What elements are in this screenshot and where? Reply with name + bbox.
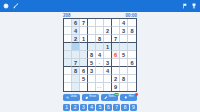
brush-icon[interactable] <box>13 3 19 9</box>
numpad-key-9[interactable]: 9 <box>130 104 137 112</box>
cell-r2c7[interactable] <box>112 27 120 35</box>
cell-r4c7[interactable] <box>112 43 120 51</box>
sudoku-board: 67442382187184657523686345285 69 <box>63 18 137 92</box>
cell-r8c6[interactable] <box>104 75 112 83</box>
cell-r3c4[interactable] <box>88 35 96 43</box>
cell-r7c8[interactable] <box>120 67 128 75</box>
cell-r7c5[interactable] <box>96 67 104 75</box>
numpad-key-4[interactable]: 4 <box>88 104 95 112</box>
cell-r4c8[interactable] <box>120 43 128 51</box>
cell-r4c4[interactable] <box>88 43 96 51</box>
cell-r4c3[interactable] <box>80 43 88 51</box>
cell-r8c5[interactable] <box>96 75 104 83</box>
notes-label: Notes <box>109 96 116 99</box>
cell-r9c7[interactable]: 9 <box>112 83 120 91</box>
cell-r6c6[interactable]: 3 <box>104 59 112 67</box>
hint-label: Hint <box>129 96 134 99</box>
cell-r6c2[interactable]: 7 <box>72 59 80 67</box>
top-bar <box>0 0 200 12</box>
notes-button[interactable]: Notes ON <box>101 94 118 101</box>
cell-r9c9[interactable] <box>128 83 136 91</box>
undo-icon <box>66 96 70 100</box>
cell-r2c4[interactable] <box>88 27 96 35</box>
status-row: 208 00:00 <box>63 13 137 18</box>
bulb-icon <box>124 96 128 100</box>
cell-r9c6[interactable] <box>104 83 112 91</box>
cell-r2c3[interactable] <box>80 27 88 35</box>
cell-r6c4[interactable]: 5 <box>88 59 96 67</box>
cell-r7c6[interactable]: 4 <box>104 67 112 75</box>
cell-r3c3[interactable]: 1 <box>80 35 88 43</box>
cell-r8c9[interactable] <box>128 75 136 83</box>
numpad-key-7[interactable]: 7 <box>113 104 120 112</box>
hint-count-badge <box>135 93 138 96</box>
cell-r5c5[interactable]: 4 <box>96 51 104 59</box>
cell-r7c7[interactable] <box>112 67 120 75</box>
topbar-right-icons <box>182 3 198 9</box>
numpad-key-6[interactable]: 6 <box>105 104 112 112</box>
cell-r3c7[interactable]: 7 <box>112 35 120 43</box>
cell-r2c6[interactable]: 2 <box>104 27 112 35</box>
cell-r2c2[interactable]: 4 <box>72 27 80 35</box>
cell-r8c8[interactable]: 8 <box>120 75 128 83</box>
cell-r1c4[interactable] <box>88 19 96 27</box>
flag-icon[interactable] <box>182 3 188 9</box>
cell-r4c1[interactable] <box>64 43 72 51</box>
cell-r7c4[interactable]: 3 <box>88 67 96 75</box>
cell-r3c2[interactable]: 2 <box>72 35 80 43</box>
cell-r9c2[interactable] <box>72 83 80 91</box>
cell-r5c1[interactable] <box>64 51 72 59</box>
numpad-key-3[interactable]: 3 <box>80 104 87 112</box>
cell-r5c6[interactable] <box>104 51 112 59</box>
erase-button[interactable]: Erase <box>82 94 99 101</box>
cell-r8c2[interactable] <box>72 75 80 83</box>
score-label: 208 <box>63 13 71 18</box>
numpad-key-8[interactable]: 8 <box>121 104 128 112</box>
cell-r1c1[interactable] <box>64 19 72 27</box>
cell-r7c3[interactable]: 6 <box>80 67 88 75</box>
cell-r4c9[interactable] <box>128 43 136 51</box>
cell-r1c8[interactable]: 4 <box>120 19 128 27</box>
cell-r6c1[interactable] <box>64 59 72 67</box>
eraser-icon <box>85 96 89 100</box>
cell-r4c5[interactable] <box>96 43 104 51</box>
cell-r5c8[interactable]: 5 <box>120 51 128 59</box>
cell-r1c5[interactable] <box>96 19 104 27</box>
undo-button[interactable]: Undo <box>63 94 80 101</box>
cell-r6c7[interactable] <box>112 59 120 67</box>
cell-r8c3[interactable]: 5 <box>80 75 88 83</box>
cell-r5c4[interactable]: 8 <box>88 51 96 59</box>
cell-r2c1[interactable] <box>64 27 72 35</box>
cell-r2c9[interactable]: 8 <box>128 27 136 35</box>
timer-label: 00:00 <box>125 13 137 18</box>
cell-r5c3[interactable] <box>80 51 88 59</box>
cell-r4c6[interactable]: 1 <box>104 43 112 51</box>
numpad-key-5[interactable]: 5 <box>96 104 103 112</box>
cell-r4c2[interactable] <box>72 43 80 51</box>
numpad-key-2[interactable]: 2 <box>71 104 78 112</box>
pencil-notes: 5 6 <box>96 83 103 91</box>
undo-label: Undo <box>70 96 76 99</box>
cell-r7c1[interactable] <box>64 67 72 75</box>
pencil-notes: 2 <box>96 59 103 66</box>
cell-r1c2[interactable]: 6 <box>72 19 80 27</box>
cell-r1c9[interactable] <box>128 19 136 27</box>
cell-r3c6[interactable] <box>104 35 112 43</box>
cell-r5c2[interactable] <box>72 51 80 59</box>
cell-r1c3[interactable]: 7 <box>80 19 88 27</box>
cell-r9c8[interactable] <box>120 83 128 91</box>
cell-r3c1[interactable] <box>64 35 72 43</box>
cell-r1c6[interactable] <box>104 19 112 27</box>
cell-r7c2[interactable]: 8 <box>72 67 80 75</box>
cell-r8c7[interactable]: 2 <box>112 75 120 83</box>
sudoku-app: 208 00:00 67442382187184657523686345285 … <box>0 0 200 112</box>
topbar-left-icons <box>3 3 19 9</box>
cell-r9c1[interactable] <box>64 83 72 91</box>
cell-r2c8[interactable]: 3 <box>120 27 128 35</box>
hint-button[interactable]: Hint <box>120 94 137 101</box>
cell-r7c9[interactable] <box>128 67 136 75</box>
numpad-key-1[interactable]: 1 <box>63 104 70 112</box>
erase-label: Erase <box>89 96 96 99</box>
cell-r5c7[interactable]: 6 <box>112 51 120 59</box>
cell-r3c9[interactable] <box>128 35 136 43</box>
notes-toggle-badge: ON <box>114 93 119 96</box>
cell-r6c3[interactable] <box>80 59 88 67</box>
cell-r1c7[interactable] <box>112 19 120 27</box>
cell-r2c5[interactable] <box>96 27 104 35</box>
cell-r5c9[interactable] <box>128 51 136 59</box>
pencil-icon <box>104 96 108 100</box>
cell-r9c5[interactable]: 5 6 <box>96 83 104 91</box>
trophy-icon[interactable] <box>191 3 197 9</box>
cell-r6c8[interactable] <box>120 59 128 67</box>
cell-r6c9[interactable]: 6 <box>128 59 136 67</box>
cell-r3c8[interactable] <box>120 35 128 43</box>
control-bar: Undo Erase Notes ON Hint <box>63 94 137 101</box>
number-pad: 123456789 <box>63 104 137 112</box>
gear-icon[interactable] <box>3 3 9 9</box>
cell-r6c5[interactable]: 2 <box>96 59 104 67</box>
cell-r8c4[interactable] <box>88 75 96 83</box>
cell-r9c3[interactable] <box>80 83 88 91</box>
cell-r8c1[interactable] <box>64 75 72 83</box>
cell-r9c4[interactable] <box>88 83 96 91</box>
cell-r3c5[interactable]: 8 <box>96 35 104 43</box>
